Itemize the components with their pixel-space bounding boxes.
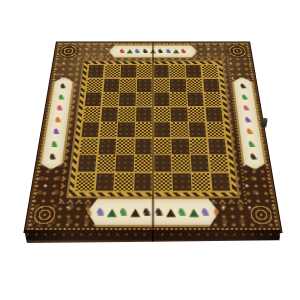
horseman-glyph: ♞ [212,206,221,217]
horseman-glyph: ♞ [165,49,172,54]
board-square [83,107,100,121]
horseman-glyph: ♞ [58,82,68,92]
horseman-glyph: ♞ [180,49,187,54]
miniature-figures: ♞♞♞♞♞♞♞ [47,82,68,164]
board-square [104,65,120,77]
board-square [154,79,169,92]
board-square [171,93,187,107]
board-square [192,173,211,190]
corner-rosette [58,44,79,57]
tree-glyph: ▲ [166,206,176,217]
board-square [154,123,171,138]
board-square [208,139,226,155]
horseman-glyph: ♞ [154,206,165,217]
board-square [172,139,189,155]
board-square [120,79,136,92]
corner-rosette [247,204,275,226]
board-square [186,65,202,77]
horseman-glyph: ♞ [241,103,251,114]
board-square [78,156,97,172]
horseman-glyph: ♞ [244,126,255,137]
board-square [154,65,169,77]
board-square [172,156,190,172]
horseman-glyph: ♞ [238,82,248,92]
board-square [171,123,188,138]
horseman-glyph: ♞ [53,115,64,126]
board-square [204,93,221,107]
tree-glyph: ▲ [127,49,133,54]
board-square [115,173,133,190]
board-square [135,156,152,172]
board-square [80,139,98,155]
horseman-glyph: ♞ [47,151,58,163]
board-square [119,93,135,107]
board-square [190,139,208,155]
board-square [203,79,219,92]
horseman-glyph: ♞ [157,49,164,54]
horseman-glyph: ♞ [134,49,141,54]
horseman-glyph: ♞ [246,139,257,151]
board-square [134,173,152,190]
horseman-glyph: ♞ [118,49,125,54]
tree-glyph: ▲ [107,206,117,217]
board-square [209,156,228,172]
fold-seam [152,42,154,232]
board-square [97,156,115,172]
board-square [173,173,191,190]
board-square [118,107,135,121]
board-square [187,93,204,107]
corner-rosette [227,44,248,57]
board-square [211,173,230,190]
board-square [95,173,114,190]
horseman-glyph: ♞ [95,206,107,217]
board-square [101,107,118,121]
hinge-seam [152,230,154,243]
miniature-figures: ♞♞♞♞♞♞♞ [238,82,259,164]
board-square [188,107,205,121]
board-square [118,123,135,138]
board-square [117,139,134,155]
board-square [136,107,152,121]
horseman-glyph: ♞ [243,115,254,126]
board-square [121,65,136,77]
board-square [191,156,209,172]
corner-rosette [30,204,58,226]
board-square [85,93,102,107]
horseman-glyph: ♞ [54,103,64,114]
horseman-glyph: ♞ [199,206,211,217]
board-square [76,173,95,190]
clasp-latch-icon [261,118,267,128]
board-square [207,123,225,138]
board-square [202,65,218,77]
horseman-glyph: ♞ [86,206,95,217]
board-square [100,123,117,138]
horseman-glyph: ♞ [49,139,60,151]
board-square [103,79,119,92]
tree-glyph: ▲ [130,206,140,217]
board-square [189,123,206,138]
board-square [154,107,170,121]
board-square [171,107,188,121]
board-square [170,65,185,77]
horseman-glyph: ♞ [240,92,250,102]
board-square [136,123,153,138]
board-face: ♞▲♞♞▲♞♞▲♞ ♞♞▲♞▲♞♞▲♞▲♞♞ ♞♞♞♞♞♞♞ ♞♞♞♞♞♞♞ [23,41,282,233]
horseman-glyph: ♞ [118,206,130,217]
board-square [154,156,171,172]
board-square [205,107,222,121]
board-square [170,79,186,92]
box-front-edge [23,230,282,243]
board-square [82,123,100,138]
board-square [154,139,171,155]
horseman-glyph: ♞ [142,49,149,54]
board-square [187,79,203,92]
board-square [154,93,170,107]
horseman-glyph: ♞ [248,151,259,163]
cartouche-left: ♞♞♞♞♞♞♞ [38,77,75,170]
tree-glyph: ▲ [189,206,199,217]
board-square [86,79,102,92]
board-square [88,65,104,77]
board-square [116,156,134,172]
board-square [137,93,153,107]
tree-glyph: ▲ [173,49,179,54]
board-square [98,139,116,155]
horseman-glyph: ♞ [176,206,188,217]
horseman-glyph: ♞ [141,206,152,217]
horseman-glyph: ♞ [51,126,62,137]
board-square [102,93,119,107]
board-square [154,173,172,190]
photo-background: ♞▲♞♞▲♞♞▲♞ ♞♞▲♞▲♞♞▲♞▲♞♞ ♞♞♞♞♞♞♞ ♞♞♞♞♞♞♞ [0,0,300,300]
board-square [137,65,152,77]
board-square [137,79,152,92]
board-square [135,139,152,155]
horseman-glyph: ♞ [56,92,66,102]
